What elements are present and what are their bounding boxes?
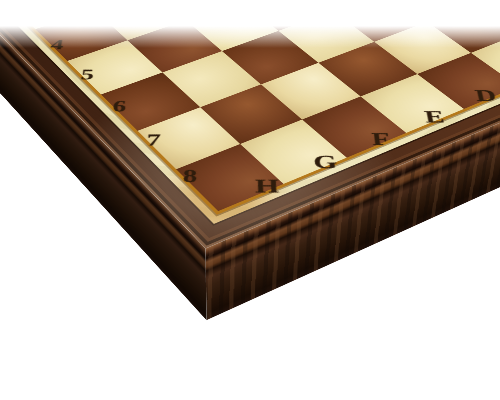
- rank-label-3-near: 3: [21, 9, 36, 24]
- file-label-g-near: G: [313, 151, 339, 173]
- file-label-e-near: E: [423, 107, 446, 127]
- photo-background: AABBCCDDEEFFGGHH1122334455667788: [0, 0, 500, 400]
- file-label-h-near: H: [255, 175, 280, 198]
- rank-label-6-near: 6: [112, 97, 127, 115]
- rank-label-4-near: 4: [49, 37, 64, 53]
- chess-board: AABBCCDDEEFFGGHH1122334455667788: [0, 0, 500, 249]
- rank-label-7-near: 7: [146, 131, 161, 150]
- rank-label-5-near: 5: [80, 66, 95, 83]
- rank-label-8-near: 8: [182, 166, 197, 186]
- file-label-f-near: F: [370, 129, 391, 150]
